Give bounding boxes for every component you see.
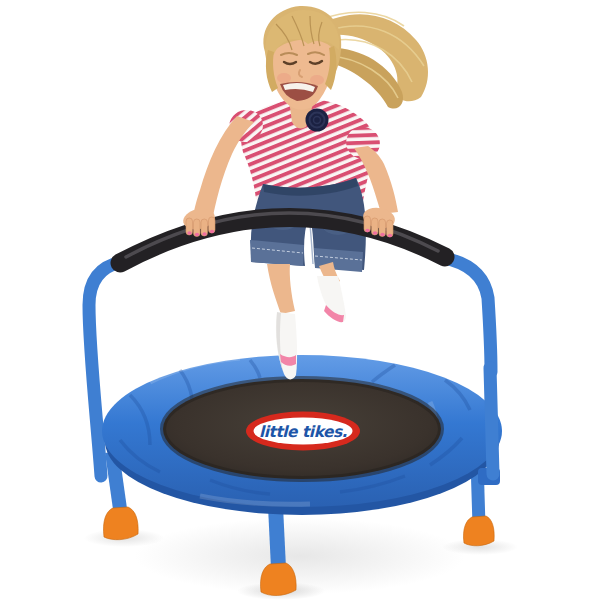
rosette-pin bbox=[306, 109, 329, 132]
handlebar-right-post-lower bbox=[490, 368, 493, 474]
trampoline-foot-right bbox=[463, 516, 494, 546]
trampoline-foot-front bbox=[260, 563, 296, 596]
floor-shadow-main bbox=[135, 518, 465, 594]
trampoline-foot-left bbox=[103, 507, 138, 540]
cheek-right bbox=[310, 75, 324, 85]
scene-illustration: little tikes. bbox=[0, 0, 600, 600]
logo-text: little tikes. bbox=[259, 423, 348, 441]
brand-logo: little tikes. bbox=[246, 412, 360, 451]
cheek-left bbox=[277, 73, 291, 83]
product-photo: little tikes. bbox=[0, 0, 600, 600]
